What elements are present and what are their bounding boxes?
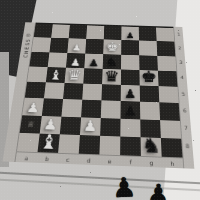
chess-board: ◎ CHESS ♟♟♚♟♟♞♝♛♛♚♟♟♟♕♟♟♝♞ abcdefgh 1234… — [3, 22, 195, 168]
square-r3c4: ♛ — [102, 69, 121, 85]
square-r4c1 — [44, 82, 65, 99]
piece-white-bishop: ♝ — [38, 131, 59, 151]
piece-black-queen: ♛ — [104, 69, 120, 84]
square-r5c5: ♟ — [121, 101, 141, 119]
board-playing-column: ♟♟♚♟♟♞♝♛♛♚♟♟♟♕♟♟♝♞ abcdefgh — [15, 22, 183, 168]
rank-label-7: 7 — [181, 119, 192, 137]
piece-black-pawn: ♟ — [126, 32, 135, 40]
rank-label-8: 8 — [182, 137, 193, 156]
square-r1c4: ♚ — [103, 40, 121, 55]
square-r4c7 — [159, 86, 179, 103]
square-r0c2 — [69, 25, 87, 39]
piece-white-pawn: ♟ — [72, 43, 82, 52]
piece-white-queen: ♛ — [66, 68, 82, 83]
square-r2c1 — [48, 52, 68, 67]
square-r1c7 — [157, 41, 176, 56]
film-grain-dark-specks — [0, 0, 1, 1]
piece-white-bishop: ♝ — [48, 69, 63, 83]
piece-black-pawn: ♟ — [88, 58, 99, 68]
piece-white-pawn: ♟ — [83, 119, 98, 134]
file-label-a: a — [15, 152, 37, 162]
square-r5c4 — [101, 101, 121, 119]
captured-black-pawn: ♟ — [147, 181, 170, 200]
square-r0c1 — [51, 24, 70, 38]
square-r3c5 — [121, 69, 140, 85]
square-r0c4 — [104, 26, 122, 40]
file-label-d: d — [78, 155, 99, 165]
board-logo-icon: ♕ — [27, 120, 36, 128]
square-r7c7 — [161, 138, 183, 158]
square-r1c6 — [139, 41, 157, 56]
square-r4c2 — [63, 83, 83, 100]
square-r7c6: ♞ — [141, 137, 162, 157]
square-r4c0 — [25, 82, 46, 99]
square-r5c1 — [42, 99, 63, 117]
file-label-g: g — [141, 157, 162, 168]
square-r4c5: ♟ — [121, 85, 140, 102]
square-r6c2 — [60, 116, 81, 135]
square-r0c3 — [86, 25, 104, 39]
square-r3c6: ♚ — [139, 70, 158, 86]
square-r2c7 — [157, 56, 176, 72]
square-r6c4 — [100, 118, 120, 137]
piece-black-pawn: ♟ — [124, 88, 136, 100]
piece-black-pawn: ♟ — [124, 104, 137, 118]
square-r5c2 — [61, 99, 82, 117]
file-label-b: b — [36, 153, 58, 163]
square-r6c7 — [160, 120, 181, 139]
rank-label-3: 3 — [176, 55, 186, 70]
file-label-e: e — [99, 155, 120, 165]
square-r6c5 — [120, 118, 140, 137]
piece-black-knight: ♞ — [141, 135, 160, 156]
board-grid: ♟♟♚♟♟♞♝♛♛♚♟♟♟♕♟♟♝♞ — [17, 22, 183, 157]
square-r4c6 — [140, 86, 160, 103]
square-r1c1 — [49, 38, 68, 53]
square-r4c3 — [82, 84, 102, 101]
file-label-h: h — [162, 158, 184, 169]
square-r3c2: ♛ — [65, 67, 85, 83]
square-r5c3 — [81, 100, 101, 118]
piece-white-king: ♚ — [106, 41, 119, 54]
rank-label-5: 5 — [178, 85, 188, 102]
square-r6c3: ♟ — [80, 117, 101, 136]
square-r0c5: ♟ — [121, 26, 139, 40]
board-brand-logo-icon: ◎ — [26, 33, 31, 37]
square-r7c4 — [99, 136, 120, 156]
square-r1c2: ♟ — [67, 38, 86, 53]
chessboard-photo: ◎ CHESS ♟♟♚♟♟♞♝♛♛♚♟♟♟♕♟♟♝♞ abcdefgh 1234… — [0, 0, 200, 200]
file-label-f: f — [120, 156, 141, 167]
square-r2c3: ♟ — [84, 53, 103, 68]
file-label-c: c — [57, 154, 79, 164]
square-r3c7 — [158, 70, 178, 86]
square-r0c0 — [34, 24, 53, 38]
square-r3c3 — [83, 68, 102, 84]
square-r0c7 — [156, 28, 174, 42]
square-r7c3 — [79, 135, 100, 155]
square-r1c0 — [32, 37, 52, 52]
rank-label-4: 4 — [177, 70, 187, 86]
square-r0c6 — [139, 27, 157, 41]
rank-label-6: 6 — [179, 102, 190, 119]
square-r5c0: ♟ — [22, 98, 44, 116]
square-r2c0 — [29, 51, 49, 66]
rank-label-1: 1 — [174, 27, 183, 41]
square-r2c5 — [121, 54, 139, 70]
captured-black-pawn: ♟ — [111, 173, 137, 200]
square-r5c7 — [159, 103, 180, 121]
square-r7c2 — [58, 134, 80, 154]
square-r3c1: ♝ — [46, 67, 66, 83]
square-r7c0 — [17, 133, 40, 152]
board-brand-text: CHESS — [22, 38, 31, 58]
rank-label-2: 2 — [175, 40, 185, 55]
square-r7c1: ♝ — [37, 133, 59, 152]
square-r4c4 — [101, 84, 120, 101]
square-r1c5 — [121, 40, 139, 55]
square-r7c5 — [120, 136, 141, 156]
piece-black-king: ♚ — [141, 70, 157, 86]
piece-white-pawn: ♟ — [26, 101, 41, 115]
square-r3c0 — [27, 66, 48, 82]
square-r1c3 — [85, 39, 103, 54]
square-r5c6 — [140, 102, 160, 120]
square-r6c0: ♕ — [20, 115, 42, 134]
